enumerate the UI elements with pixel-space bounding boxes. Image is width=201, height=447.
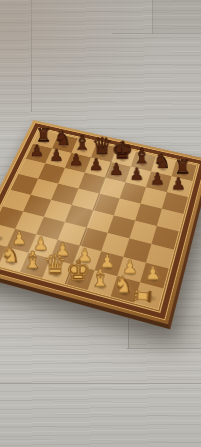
black-pawn-icon: ♟ bbox=[147, 171, 168, 187]
white-knight-icon: ♞ bbox=[111, 274, 135, 297]
piece-black-pawn-h7[interactable]: ♟ bbox=[167, 176, 192, 197]
chess-board: ♜♞♝♛♚♝♞♜♟♟♟♟♟♟♟♟♟♟♟♟♟♟♟♟♜♞♝♛♚♝♞♜ bbox=[0, 120, 201, 329]
white-queen-icon: ♛ bbox=[43, 251, 67, 278]
black-pawn-icon: ♟ bbox=[66, 152, 87, 168]
black-pawn-icon: ♟ bbox=[167, 176, 188, 193]
black-pawn-icon: ♟ bbox=[26, 143, 47, 159]
pieces-layer: ♜♞♝♛♚♝♞♜♟♟♟♟♟♟♟♟♟♟♟♟♟♟♟♟♜♞♝♛♚♝♞♜ bbox=[0, 130, 197, 309]
black-pawn-icon: ♟ bbox=[85, 157, 106, 173]
white-pawn-icon: ♟ bbox=[141, 264, 165, 282]
piece-white-rook-h1-fallen[interactable]: ♜ bbox=[134, 282, 163, 309]
white-knight-icon: ♞ bbox=[0, 244, 22, 266]
chess-set-photo: ♜♞♝♛♚♝♞♜♟♟♟♟♟♟♟♟♟♟♟♟♟♟♟♟♜♞♝♛♚♝♞♜ bbox=[0, 0, 201, 447]
board-scene: ♜♞♝♛♚♝♞♜♟♟♟♟♟♟♟♟♟♟♟♟♟♟♟♟♜♞♝♛♚♝♞♜ bbox=[0, 0, 201, 447]
white-bishop-icon: ♝ bbox=[21, 249, 45, 273]
white-king-icon: ♚ bbox=[66, 256, 90, 284]
black-pawn-icon: ♟ bbox=[46, 148, 67, 164]
white-bishop-icon: ♝ bbox=[88, 267, 112, 291]
black-pawn-icon: ♟ bbox=[126, 166, 147, 182]
